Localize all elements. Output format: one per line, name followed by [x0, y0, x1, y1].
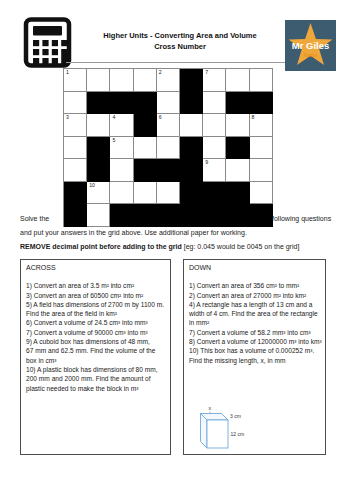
- answer-cell[interactable]: [203, 114, 226, 137]
- black-cell: [203, 182, 226, 205]
- black-cell: [226, 137, 249, 160]
- answer-cell[interactable]: 9: [203, 159, 226, 182]
- clue-line: 4) A rectangle has a length of 13 cm and…: [189, 300, 320, 309]
- answer-cell[interactable]: 8: [250, 114, 273, 137]
- black-cell: [134, 92, 157, 115]
- answer-cell[interactable]: [134, 182, 157, 205]
- answer-cell[interactable]: [226, 114, 249, 137]
- clue-line: 1) Convert an area of 356 cm² to mm²: [189, 281, 320, 290]
- clue-line: 7) Convert a volume of 58.2 mm³ into cm³: [189, 328, 320, 337]
- clue-line: 6) Convert a volume of 24.5 cm³ into mm³: [26, 318, 165, 327]
- clue-line: 10) A plastic block has dimensions of 80…: [26, 365, 165, 374]
- answer-cell[interactable]: [87, 114, 110, 137]
- answer-cell[interactable]: [157, 137, 180, 160]
- black-cell: [203, 204, 226, 227]
- answer-cell[interactable]: [87, 204, 110, 227]
- clue-number: 7: [205, 70, 208, 75]
- answer-cell[interactable]: [134, 137, 157, 160]
- black-cell: [134, 114, 157, 137]
- answer-cell[interactable]: 10: [87, 182, 110, 205]
- decimal-note-bold: REMOVE decimal point before adding to th…: [20, 243, 182, 250]
- clue-line: 2) Convert an area of 27000 m² into km²: [189, 291, 320, 300]
- answer-cell[interactable]: [64, 137, 87, 160]
- clue-line: 10) This box has a volume of 0.000252 m³…: [189, 346, 320, 355]
- clue-line: width of 4 cm. Find the area of the rect…: [189, 309, 320, 318]
- black-cell: [180, 182, 203, 205]
- black-cell: [180, 204, 203, 227]
- black-cell: [64, 204, 87, 227]
- clue-number: 6: [159, 115, 162, 120]
- answer-cell[interactable]: [180, 114, 203, 137]
- answer-cell[interactable]: 7: [203, 69, 226, 92]
- black-cell: [134, 159, 157, 182]
- clue-line: plastic needed to make the block in m³: [26, 384, 165, 393]
- clue-line: box in cm³: [26, 356, 165, 365]
- title-line1: Higher Units - Converting Area and Volum…: [60, 30, 300, 41]
- black-cell: [226, 204, 249, 227]
- black-cell: [250, 92, 273, 115]
- clue-line: Find the missing length, x, in mm: [189, 356, 320, 365]
- black-cell: [180, 92, 203, 115]
- down-heading: DOWN: [189, 263, 320, 272]
- clue-line: 1) Convert an area of 3.5 m² into cm²: [26, 281, 165, 290]
- title-underline: [66, 62, 290, 63]
- clue-line: 67 mm and 62.5 mm. Find the volume of th…: [26, 346, 165, 355]
- decimal-note: REMOVE decimal point before adding to th…: [20, 242, 299, 251]
- black-cell: [226, 92, 249, 115]
- clue-line: in mm²: [189, 318, 320, 327]
- cuboid-label-depth: 3 cm: [230, 413, 241, 419]
- answer-cell[interactable]: [226, 69, 249, 92]
- answer-cell[interactable]: 3: [64, 114, 87, 137]
- mr-giles-maths-logo: Mr Giles Maths: [285, 20, 336, 71]
- cuboid-label-x: x: [209, 405, 212, 411]
- across-clue-list: 1) Convert an area of 3.5 m² into cm²3) …: [26, 281, 165, 393]
- answer-cell[interactable]: 6: [157, 114, 180, 137]
- answer-cell[interactable]: [64, 92, 87, 115]
- clue-line: 7) Convert a volume of 90000 cm³ into m³: [26, 328, 165, 337]
- answer-cell[interactable]: [226, 159, 249, 182]
- answer-cell[interactable]: 4: [110, 114, 133, 137]
- crossnumber-grid[interactable]: 12734685910: [63, 68, 273, 227]
- black-cell: [226, 182, 249, 205]
- answer-cell[interactable]: [250, 137, 273, 160]
- cuboid-label-height: 12 cm: [231, 431, 245, 437]
- answer-cell[interactable]: [203, 92, 226, 115]
- black-cell: [87, 92, 110, 115]
- clue-line: 8) Convert a volume of 12000000 m³ into …: [189, 337, 320, 346]
- worksheet-page: Higher Units - Converting Area and Volum…: [0, 0, 353, 500]
- answer-cell[interactable]: [250, 159, 273, 182]
- clue-number: 5: [112, 138, 115, 143]
- answer-cell[interactable]: 1: [64, 69, 87, 92]
- down-clue-box: DOWN 1) Convert an area of 356 cm² to mm…: [183, 259, 326, 455]
- answer-cell[interactable]: [110, 182, 133, 205]
- down-clue-list: 1) Convert an area of 356 cm² to mm²2) C…: [189, 281, 320, 365]
- clue-number: 9: [205, 160, 208, 165]
- intro-line2: and put your answers in the grid above. …: [20, 228, 247, 237]
- black-cell: [64, 182, 87, 205]
- decimal-note-rest: [eg: 0.045 would be 0045 on the grid]: [182, 243, 300, 250]
- cuboid-diagram: x 3 cm 12 cm: [199, 404, 261, 456]
- clue-number: 2: [159, 70, 162, 75]
- across-heading: ACROSS: [26, 263, 165, 272]
- clue-number: 3: [66, 115, 69, 120]
- clue-number: 4: [112, 115, 115, 120]
- black-cell: [157, 159, 180, 182]
- black-cell: [134, 204, 157, 227]
- answer-cell[interactable]: [203, 137, 226, 160]
- answer-cell[interactable]: 5: [110, 137, 133, 160]
- answer-cell[interactable]: [157, 182, 180, 205]
- answer-cell[interactable]: [250, 69, 273, 92]
- black-cell: [110, 204, 133, 227]
- clue-number: 8: [252, 115, 255, 120]
- answer-cell[interactable]: [157, 92, 180, 115]
- answer-cell[interactable]: [250, 182, 273, 205]
- black-cell: [180, 137, 203, 160]
- clue-line: Find the area of the field in km²: [26, 309, 165, 318]
- black-cell: [110, 92, 133, 115]
- clue-line: 9) A cuboid box has dimensions of 48 mm,: [26, 337, 165, 346]
- cuboid-front-face: [207, 420, 228, 448]
- cuboid-left-face: [201, 414, 208, 449]
- intro-line1-right: following questions: [272, 214, 331, 223]
- black-cell: [180, 69, 203, 92]
- intro-line1-left: Solve the: [20, 214, 49, 223]
- answer-cell[interactable]: [87, 69, 110, 92]
- logo-name-text: Mr Giles: [292, 40, 330, 51]
- clue-line: 3) Convert an area of 60500 cm² into m²: [26, 291, 165, 300]
- page-title: Higher Units - Converting Area and Volum…: [60, 30, 300, 52]
- black-cell: [250, 204, 273, 227]
- answer-cell[interactable]: [134, 69, 157, 92]
- clue-line: 200 mm and 2000 mm. Find the amount of: [26, 374, 165, 383]
- answer-cell[interactable]: [110, 69, 133, 92]
- logo-sub-text: Maths: [304, 53, 318, 58]
- answer-cell[interactable]: 2: [157, 69, 180, 92]
- clue-number: 10: [89, 183, 95, 188]
- clue-line: 5) A field has dimensions of 2700 m by 1…: [26, 300, 165, 309]
- black-cell: [87, 137, 110, 160]
- clue-number: 1: [66, 70, 69, 75]
- answer-cell[interactable]: [110, 159, 133, 182]
- across-clue-box: ACROSS 1) Convert an area of 3.5 m² into…: [20, 259, 171, 455]
- answer-cell[interactable]: [64, 159, 87, 182]
- black-cell: [157, 204, 180, 227]
- black-cell: [87, 159, 110, 182]
- black-cell: [180, 159, 203, 182]
- title-line2: Cross Number: [60, 41, 300, 52]
